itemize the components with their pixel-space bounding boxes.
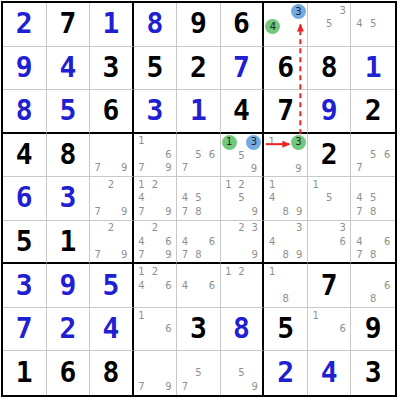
candidate-8[interactable]: 8 [279, 292, 293, 306]
candidate-7[interactable]: 7 [352, 162, 366, 176]
given-digit: 3 [190, 315, 207, 343]
candidate-empty-slot [309, 4, 323, 18]
candidate-4[interactable]: 4 [178, 192, 192, 206]
candidate-5[interactable]: 5 [192, 148, 206, 162]
candidate-3[interactable]: 3 [336, 4, 350, 18]
candidate-empty-slot [178, 222, 192, 235]
candidate-empty-slot [222, 352, 235, 366]
cell-r8c4[interactable]: 16 [134, 308, 178, 352]
cell-r1c5[interactable]: 9 [177, 3, 221, 47]
candidate-9[interactable]: 9 [117, 248, 130, 261]
cell-r8c3[interactable]: 4 [90, 308, 134, 352]
candidate-3[interactable]: 3 [292, 222, 306, 235]
cell-r2c7[interactable]: 6 [264, 47, 308, 91]
cell-r1c7[interactable]: 34 [264, 3, 308, 47]
cell-r2c4[interactable]: 5 [134, 47, 178, 91]
cell-r8c2[interactable]: 2 [47, 308, 91, 352]
solved-digit: 2 [59, 315, 76, 343]
cell-r4c2[interactable]: 8 [47, 134, 91, 178]
candidate-empty-slot [235, 352, 248, 366]
given-digit: 6 [277, 54, 294, 82]
cell-r4c3[interactable]: 79 [90, 134, 134, 178]
candidate-grid: 59 [222, 352, 262, 394]
given-digit: 6 [233, 10, 250, 38]
candidate-empty-slot [336, 31, 350, 45]
solved-digit: 3 [147, 97, 164, 125]
candidate-3-highlight-blue[interactable]: 3 [246, 135, 261, 150]
candidate-empty-slot [366, 162, 380, 176]
candidate-empty-slot [248, 178, 261, 192]
candidate-5[interactable]: 5 [192, 192, 206, 206]
candidate-empty-slot [222, 150, 237, 163]
candidate-empty-slot [292, 192, 306, 206]
candidate-9[interactable]: 9 [162, 248, 176, 261]
candidate-7[interactable]: 7 [135, 162, 149, 176]
candidate-9[interactable]: 9 [246, 162, 261, 175]
candidate-4[interactable]: 4 [178, 235, 192, 248]
cell-r5c1[interactable]: 6 [3, 177, 47, 221]
candidate-2[interactable]: 2 [235, 222, 248, 235]
candidate-empty-slot [279, 222, 293, 235]
candidate-5[interactable]: 5 [322, 18, 336, 32]
cell-r6c4[interactable]: 24679 [134, 221, 178, 265]
candidate-empty-slot [222, 380, 235, 394]
candidate-empty-slot [280, 4, 291, 19]
candidate-6[interactable]: 6 [336, 235, 350, 248]
cell-r6c6[interactable]: 239 [221, 221, 265, 265]
candidate-empty-slot [148, 248, 162, 261]
candidate-empty-slot [192, 235, 206, 248]
candidate-9[interactable]: 9 [162, 162, 176, 176]
candidate-1[interactable]: 1 [222, 178, 235, 192]
candidate-5[interactable]: 5 [366, 18, 380, 32]
candidate-1[interactable]: 1 [135, 178, 149, 192]
candidate-9[interactable]: 9 [248, 205, 261, 219]
candidate-2[interactable]: 2 [235, 265, 248, 279]
candidate-2[interactable]: 2 [148, 178, 162, 192]
candidate-6[interactable]: 6 [380, 235, 394, 248]
cell-r7c2[interactable]: 9 [47, 264, 91, 308]
candidate-empty-slot [192, 178, 206, 192]
candidate-6[interactable]: 6 [205, 279, 219, 293]
cell-r2c1[interactable]: 9 [3, 47, 47, 91]
cell-r3c1[interactable]: 8 [3, 90, 47, 134]
cell-r3c2[interactable]: 5 [47, 90, 91, 134]
candidate-5[interactable]: 5 [366, 192, 380, 206]
solved-digit: 1 [190, 97, 207, 125]
cell-r5c6[interactable]: 1259 [221, 177, 265, 221]
cell-r5c3[interactable]: 279 [90, 177, 134, 221]
candidate-8[interactable]: 8 [279, 205, 293, 219]
cell-r2c6[interactable]: 7 [221, 47, 265, 91]
cell-r4c1[interactable]: 4 [3, 134, 47, 178]
cell-r9c7[interactable]: 2 [264, 351, 308, 395]
candidate-empty-slot [205, 248, 219, 261]
candidate-6[interactable]: 6 [162, 322, 176, 336]
candidate-1[interactable]: 1 [265, 178, 279, 192]
candidate-grid: 4678 [178, 222, 219, 262]
candidate-8[interactable]: 8 [192, 205, 206, 219]
candidate-4[interactable]: 4 [135, 235, 149, 248]
candidate-4[interactable]: 4 [265, 192, 279, 206]
candidate-empty-slot [104, 235, 117, 248]
candidate-grid: 279 [91, 178, 131, 219]
candidate-7[interactable]: 7 [135, 380, 149, 394]
candidate-empty-slot [135, 292, 149, 306]
candidate-8[interactable]: 8 [366, 248, 380, 261]
cell-r3c4[interactable]: 3 [134, 90, 178, 134]
candidate-7[interactable]: 7 [352, 205, 366, 219]
candidate-grid: 139 [265, 135, 306, 176]
solved-digit: 8 [233, 315, 250, 343]
cell-r6c7[interactable]: 3489 [264, 221, 308, 265]
candidate-4[interactable]: 4 [352, 18, 366, 32]
given-digit: 7 [59, 10, 76, 38]
cell-r3c3[interactable]: 6 [90, 90, 134, 134]
candidate-7[interactable]: 7 [178, 162, 192, 176]
candidate-empty-slot [246, 150, 261, 163]
candidate-empty-slot [322, 178, 336, 192]
candidate-9[interactable]: 9 [292, 248, 306, 261]
candidate-6[interactable]: 6 [162, 235, 176, 248]
cell-r6c8[interactable]: 36 [308, 221, 352, 265]
candidate-4[interactable]: 4 [265, 235, 279, 248]
candidate-7[interactable]: 7 [91, 205, 104, 219]
candidate-1-highlight-green[interactable]: 1 [222, 135, 237, 150]
candidate-empty-slot [265, 222, 279, 235]
cell-r4c8[interactable]: 2 [308, 134, 352, 178]
candidate-9[interactable]: 9 [248, 380, 261, 394]
given-digit: 8 [102, 359, 119, 387]
candidate-empty-slot [265, 150, 278, 163]
candidate-empty-slot [380, 4, 394, 18]
candidate-empty-slot [148, 352, 162, 366]
candidate-1[interactable]: 1 [135, 309, 149, 323]
candidate-grid: 35 [309, 4, 350, 45]
candidate-grid: 12479 [135, 178, 176, 219]
candidate-empty-slot [336, 192, 350, 206]
candidate-2[interactable]: 2 [235, 178, 248, 192]
candidate-empty-slot [222, 162, 237, 175]
candidate-1[interactable]: 1 [309, 178, 323, 192]
cell-r7c6[interactable]: 12 [221, 264, 265, 308]
candidate-empty-slot [352, 4, 366, 18]
candidate-6[interactable]: 6 [336, 322, 350, 336]
cell-r1c8[interactable]: 35 [308, 3, 352, 47]
candidate-4[interactable]: 4 [135, 279, 149, 293]
candidate-7[interactable]: 7 [135, 205, 149, 219]
candidate-empty-slot [162, 265, 176, 279]
candidate-5[interactable]: 5 [366, 148, 380, 162]
candidate-empty-slot [222, 292, 235, 306]
candidate-empty-slot [309, 235, 323, 248]
candidate-empty-slot [205, 366, 219, 380]
candidate-4[interactable]: 4 [178, 279, 192, 293]
cell-r3c7[interactable]: 7 [264, 90, 308, 134]
candidate-empty-slot [192, 265, 206, 279]
cell-r9c4[interactable]: 79 [134, 351, 178, 395]
cell-r8c1[interactable]: 7 [3, 308, 47, 352]
candidate-empty-slot [148, 192, 162, 206]
cell-r2c5[interactable]: 2 [177, 47, 221, 91]
candidate-9[interactable]: 9 [291, 162, 306, 175]
candidate-empty-slot [117, 222, 130, 235]
candidate-8[interactable]: 8 [366, 205, 380, 219]
cell-r5c8[interactable]: 15 [308, 177, 352, 221]
cell-r8c9[interactable]: 9 [351, 308, 395, 352]
cell-r7c8[interactable]: 7 [308, 264, 352, 308]
cell-r8c5[interactable]: 3 [177, 308, 221, 352]
solved-digit: 4 [59, 54, 76, 82]
solved-digit: 1 [365, 54, 382, 82]
cell-r7c1[interactable]: 3 [3, 264, 47, 308]
cell-r2c8[interactable]: 8 [308, 47, 352, 91]
candidate-grid: 4578 [352, 178, 394, 219]
candidate-empty-slot [178, 135, 192, 149]
candidate-empty-slot [366, 265, 380, 279]
candidate-1[interactable]: 1 [135, 265, 149, 279]
cell-r8c6[interactable]: 8 [221, 308, 265, 352]
candidate-empty-slot [162, 222, 176, 235]
candidate-6[interactable]: 6 [162, 279, 176, 293]
candidate-empty-slot [91, 235, 104, 248]
cell-r4c7[interactable]: 139 [264, 134, 308, 178]
candidate-4[interactable]: 4 [352, 192, 366, 206]
cell-r3c6[interactable]: 4 [221, 90, 265, 134]
solved-digit: 3 [59, 184, 76, 212]
candidate-empty-slot [248, 352, 261, 366]
candidate-2[interactable]: 2 [104, 222, 117, 235]
candidate-9[interactable]: 9 [117, 162, 130, 176]
cell-r7c3[interactable]: 5 [90, 264, 134, 308]
given-digit: 5 [277, 315, 294, 343]
candidate-empty-slot [336, 309, 350, 323]
candidate-7[interactable]: 7 [91, 248, 104, 261]
candidate-5[interactable]: 5 [237, 150, 247, 163]
candidate-3-highlight-green[interactable]: 3 [291, 135, 306, 150]
candidate-grid: 16 [135, 309, 176, 350]
cell-r9c1[interactable]: 1 [3, 351, 47, 395]
given-digit: 7 [277, 97, 294, 125]
candidate-4[interactable]: 4 [352, 235, 366, 248]
cell-r3c8[interactable]: 9 [308, 90, 352, 134]
candidate-empty-slot [322, 322, 336, 336]
cell-r6c9[interactable]: 4678 [351, 221, 395, 265]
candidate-grid: 18 [265, 265, 306, 306]
cell-r4c4[interactable]: 1679 [134, 134, 178, 178]
candidate-empty-slot [280, 34, 291, 45]
cell-r6c2[interactable]: 1 [47, 221, 91, 265]
cell-r7c9[interactable]: 68 [351, 264, 395, 308]
cell-r9c2[interactable]: 6 [47, 351, 91, 395]
candidate-empty-slot [322, 205, 336, 219]
candidate-empty-slot [162, 309, 176, 323]
candidate-empty-slot [292, 235, 306, 248]
cell-r6c5[interactable]: 4678 [177, 221, 221, 265]
candidate-9[interactable]: 9 [162, 205, 176, 219]
candidate-9[interactable]: 9 [248, 248, 261, 261]
candidate-7[interactable]: 7 [178, 205, 192, 219]
candidate-grid: 45 [352, 4, 394, 45]
candidate-6[interactable]: 6 [205, 235, 219, 248]
candidate-4[interactable]: 4 [135, 192, 149, 206]
candidate-6[interactable]: 6 [205, 148, 219, 162]
candidate-empty-slot [336, 205, 350, 219]
given-digit: 3 [365, 359, 382, 387]
candidate-empty-slot [352, 135, 366, 149]
candidate-empty-slot [205, 162, 219, 176]
candidate-empty-slot [162, 292, 176, 306]
cell-r7c4[interactable]: 1246 [134, 264, 178, 308]
candidate-1[interactable]: 1 [265, 135, 278, 150]
candidate-7[interactable]: 7 [178, 248, 192, 261]
candidate-2[interactable]: 2 [104, 178, 117, 192]
cell-r4c9[interactable]: 567 [351, 134, 395, 178]
candidate-empty-slot [205, 292, 219, 306]
candidate-7[interactable]: 7 [178, 380, 192, 394]
candidate-empty-slot [322, 4, 336, 18]
candidate-empty-slot [309, 192, 323, 206]
candidate-8[interactable]: 8 [279, 248, 293, 261]
cell-r1c9[interactable]: 45 [351, 3, 395, 47]
candidate-empty-slot [352, 178, 366, 192]
candidate-empty-slot [205, 352, 219, 366]
candidate-1[interactable]: 1 [135, 135, 149, 149]
cell-r7c7[interactable]: 18 [264, 264, 308, 308]
candidate-7[interactable]: 7 [91, 162, 104, 176]
cell-r6c3[interactable]: 279 [90, 221, 134, 265]
cell-r5c9[interactable]: 4578 [351, 177, 395, 221]
candidate-empty-slot [279, 178, 293, 192]
candidate-empty-slot [104, 148, 117, 162]
candidate-2[interactable]: 2 [148, 222, 162, 235]
given-digit: 7 [321, 272, 338, 300]
cell-r2c3[interactable]: 3 [90, 47, 134, 91]
cell-r3c5[interactable]: 1 [177, 90, 221, 134]
candidate-empty-slot [278, 135, 291, 150]
cell-r4c6[interactable]: 1359 [221, 134, 265, 178]
candidate-empty-slot [309, 248, 323, 261]
candidate-empty-slot [265, 4, 280, 19]
cell-r2c9[interactable]: 1 [351, 47, 395, 91]
candidate-9[interactable]: 9 [117, 205, 130, 219]
candidate-empty-slot [291, 34, 306, 45]
given-digit: 1 [16, 359, 33, 387]
cell-r1c2[interactable]: 7 [47, 3, 91, 47]
given-digit: 6 [102, 97, 119, 125]
candidate-8[interactable]: 8 [366, 292, 380, 306]
candidate-empty-slot [222, 235, 235, 248]
candidate-2[interactable]: 2 [148, 265, 162, 279]
candidate-9[interactable]: 9 [162, 380, 176, 394]
candidate-6[interactable]: 6 [380, 148, 394, 162]
candidate-7[interactable]: 7 [352, 248, 366, 261]
cell-r5c5[interactable]: 4578 [177, 177, 221, 221]
cell-r5c2[interactable]: 3 [47, 177, 91, 221]
candidate-empty-slot [265, 292, 279, 306]
candidate-grid: 1259 [222, 178, 262, 219]
candidate-empty-slot [104, 162, 117, 176]
candidate-empty-slot [192, 222, 206, 235]
cell-r9c5[interactable]: 57 [177, 351, 221, 395]
candidate-6[interactable]: 6 [162, 148, 176, 162]
candidate-empty-slot [309, 336, 323, 350]
candidate-3[interactable]: 3 [248, 222, 261, 235]
given-digit: 9 [190, 10, 207, 38]
candidate-1[interactable]: 1 [309, 309, 323, 323]
candidate-empty-slot [292, 178, 306, 192]
candidate-empty-slot [117, 148, 130, 162]
candidate-empty-slot [222, 222, 235, 235]
candidate-empty-slot [248, 235, 261, 248]
cell-r9c3[interactable]: 8 [90, 351, 134, 395]
candidate-empty-slot [178, 148, 192, 162]
candidate-9[interactable]: 9 [292, 205, 306, 219]
candidate-empty-slot [235, 279, 248, 293]
candidate-empty-slot [237, 135, 247, 150]
cell-r5c7[interactable]: 1489 [264, 177, 308, 221]
cell-r2c2[interactable]: 4 [47, 47, 91, 91]
candidate-empty-slot [91, 222, 104, 235]
cell-r7c5[interactable]: 46 [177, 264, 221, 308]
given-digit: 5 [147, 54, 164, 82]
candidate-empty-slot [352, 222, 366, 235]
candidate-grid: 36 [309, 222, 350, 262]
candidate-empty-slot [192, 352, 206, 366]
cell-r9c8[interactable]: 4 [308, 351, 352, 395]
candidate-5[interactable]: 5 [235, 192, 248, 206]
cell-r4c5[interactable]: 567 [177, 134, 221, 178]
candidate-grid: 12 [222, 265, 262, 306]
cell-r1c3[interactable]: 1 [90, 3, 134, 47]
cell-r8c7[interactable]: 5 [264, 308, 308, 352]
cell-r9c9[interactable]: 3 [351, 351, 395, 395]
candidate-1[interactable]: 1 [222, 265, 235, 279]
cell-r9c6[interactable]: 59 [221, 351, 265, 395]
candidate-4-highlight-green[interactable]: 4 [265, 19, 280, 34]
cell-r1c6[interactable]: 6 [221, 3, 265, 47]
candidate-empty-slot [366, 235, 380, 248]
candidate-5[interactable]: 5 [235, 366, 248, 380]
cell-r1c4[interactable]: 8 [134, 3, 178, 47]
candidate-empty-slot [222, 248, 235, 261]
candidate-empty-slot [148, 135, 162, 149]
candidate-empty-slot [380, 18, 394, 32]
candidate-empty-slot [380, 222, 394, 235]
cell-r3c9[interactable]: 2 [351, 90, 395, 134]
candidate-empty-slot [292, 292, 306, 306]
cell-r8c8[interactable]: 16 [308, 308, 352, 352]
candidate-empty-slot [91, 178, 104, 192]
candidate-7[interactable]: 7 [135, 248, 149, 261]
candidate-empty-slot [235, 235, 248, 248]
candidate-5[interactable]: 5 [192, 366, 206, 380]
candidate-empty-slot [117, 135, 130, 149]
cell-r5c4[interactable]: 12479 [134, 177, 178, 221]
candidate-empty-slot [192, 162, 206, 176]
candidate-empty-slot [162, 352, 176, 366]
cell-r6c1[interactable]: 5 [3, 221, 47, 265]
candidate-3-highlight-blue[interactable]: 3 [291, 4, 306, 19]
candidate-6[interactable]: 6 [380, 279, 394, 293]
candidate-empty-slot [380, 31, 394, 45]
candidate-5[interactable]: 5 [322, 192, 336, 206]
candidate-8[interactable]: 8 [192, 248, 206, 261]
cell-r1c1[interactable]: 2 [3, 3, 47, 47]
candidate-3[interactable]: 3 [336, 222, 350, 235]
candidate-empty-slot [380, 205, 394, 219]
candidate-1[interactable]: 1 [265, 265, 279, 279]
